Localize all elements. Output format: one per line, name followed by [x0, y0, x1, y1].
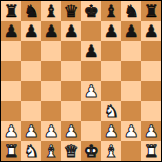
white-pawn[interactable]: ♟ [63, 121, 78, 141]
square-c4[interactable] [41, 81, 61, 101]
square-b2[interactable]: ♟ [21, 121, 41, 141]
square-g5[interactable] [121, 61, 141, 81]
square-h7[interactable]: ♟ [141, 21, 161, 41]
square-c3[interactable] [41, 101, 61, 121]
square-f6[interactable] [101, 41, 121, 61]
square-d1[interactable]: ♛ [61, 141, 81, 161]
white-bishop[interactable]: ♝ [103, 141, 118, 161]
white-knight[interactable]: ♞ [103, 101, 118, 121]
square-b5[interactable] [21, 61, 41, 81]
square-b3[interactable] [21, 101, 41, 121]
square-a8[interactable]: ♜ [1, 1, 21, 21]
square-a7[interactable]: ♟ [1, 21, 21, 41]
square-d4[interactable] [61, 81, 81, 101]
square-h2[interactable]: ♟ [141, 121, 161, 141]
black-pawn[interactable]: ♟ [83, 41, 98, 61]
square-f8[interactable]: ♝ [101, 1, 121, 21]
square-f5[interactable] [101, 61, 121, 81]
square-c2[interactable]: ♟ [41, 121, 61, 141]
white-pawn[interactable]: ♟ [23, 121, 38, 141]
square-g6[interactable] [121, 41, 141, 61]
square-e2[interactable] [81, 121, 101, 141]
square-e7[interactable] [81, 21, 101, 41]
square-h8[interactable]: ♜ [141, 1, 161, 21]
square-h4[interactable] [141, 81, 161, 101]
black-pawn[interactable]: ♟ [23, 21, 38, 41]
chess-board: ♜♞♝♛♚♝♞♜♟♟♟♟♟♟♟♟♟♞♟♟♟♟♟♟♟♜♞♝♛♚♝♜ [0, 0, 162, 162]
black-king[interactable]: ♚ [83, 1, 98, 21]
black-bishop[interactable]: ♝ [43, 1, 58, 21]
black-pawn[interactable]: ♟ [3, 21, 18, 41]
black-knight[interactable]: ♞ [23, 1, 38, 21]
square-h3[interactable] [141, 101, 161, 121]
square-b6[interactable] [21, 41, 41, 61]
white-king[interactable]: ♚ [83, 141, 98, 161]
square-a2[interactable]: ♟ [1, 121, 21, 141]
white-pawn[interactable]: ♟ [143, 121, 158, 141]
black-pawn[interactable]: ♟ [63, 21, 78, 41]
square-a4[interactable] [1, 81, 21, 101]
square-f7[interactable]: ♟ [101, 21, 121, 41]
square-e5[interactable] [81, 61, 101, 81]
black-pawn[interactable]: ♟ [123, 21, 138, 41]
square-d8[interactable]: ♛ [61, 1, 81, 21]
square-f2[interactable]: ♟ [101, 121, 121, 141]
square-e3[interactable] [81, 101, 101, 121]
square-e8[interactable]: ♚ [81, 1, 101, 21]
square-h1[interactable]: ♜ [141, 141, 161, 161]
square-a1[interactable]: ♜ [1, 141, 21, 161]
square-e4[interactable]: ♟ [81, 81, 101, 101]
square-c5[interactable] [41, 61, 61, 81]
white-knight[interactable]: ♞ [23, 141, 38, 161]
square-g4[interactable] [121, 81, 141, 101]
white-pawn[interactable]: ♟ [103, 121, 118, 141]
square-e1[interactable]: ♚ [81, 141, 101, 161]
square-a3[interactable] [1, 101, 21, 121]
square-f3[interactable]: ♞ [101, 101, 121, 121]
white-rook[interactable]: ♜ [3, 141, 18, 161]
square-g1[interactable] [121, 141, 141, 161]
black-pawn[interactable]: ♟ [43, 21, 58, 41]
square-d6[interactable] [61, 41, 81, 61]
white-queen[interactable]: ♛ [63, 141, 78, 161]
square-b4[interactable] [21, 81, 41, 101]
black-queen[interactable]: ♛ [63, 1, 78, 21]
black-bishop[interactable]: ♝ [103, 1, 118, 21]
square-c6[interactable] [41, 41, 61, 61]
white-pawn[interactable]: ♟ [43, 121, 58, 141]
black-pawn[interactable]: ♟ [103, 21, 118, 41]
white-bishop[interactable]: ♝ [43, 141, 58, 161]
square-f1[interactable]: ♝ [101, 141, 121, 161]
chess-board-container: ♜♞♝♛♚♝♞♜♟♟♟♟♟♟♟♟♟♞♟♟♟♟♟♟♟♜♞♝♛♚♝♜ [0, 0, 162, 162]
black-rook[interactable]: ♜ [3, 1, 18, 21]
white-pawn[interactable]: ♟ [123, 121, 138, 141]
square-g7[interactable]: ♟ [121, 21, 141, 41]
square-d2[interactable]: ♟ [61, 121, 81, 141]
white-pawn[interactable]: ♟ [83, 81, 98, 101]
white-pawn[interactable]: ♟ [3, 121, 18, 141]
square-g3[interactable] [121, 101, 141, 121]
square-d5[interactable] [61, 61, 81, 81]
square-b7[interactable]: ♟ [21, 21, 41, 41]
black-pawn[interactable]: ♟ [143, 21, 158, 41]
square-h5[interactable] [141, 61, 161, 81]
square-g8[interactable]: ♞ [121, 1, 141, 21]
square-g2[interactable]: ♟ [121, 121, 141, 141]
square-a5[interactable] [1, 61, 21, 81]
square-e6[interactable]: ♟ [81, 41, 101, 61]
square-d7[interactable]: ♟ [61, 21, 81, 41]
square-c1[interactable]: ♝ [41, 141, 61, 161]
square-c7[interactable]: ♟ [41, 21, 61, 41]
square-f4[interactable] [101, 81, 121, 101]
square-h6[interactable] [141, 41, 161, 61]
square-b1[interactable]: ♞ [21, 141, 41, 161]
black-rook[interactable]: ♜ [143, 1, 158, 21]
square-c8[interactable]: ♝ [41, 1, 61, 21]
square-d3[interactable] [61, 101, 81, 121]
square-b8[interactable]: ♞ [21, 1, 41, 21]
square-a6[interactable] [1, 41, 21, 61]
black-knight[interactable]: ♞ [123, 1, 138, 21]
white-rook[interactable]: ♜ [143, 141, 158, 161]
